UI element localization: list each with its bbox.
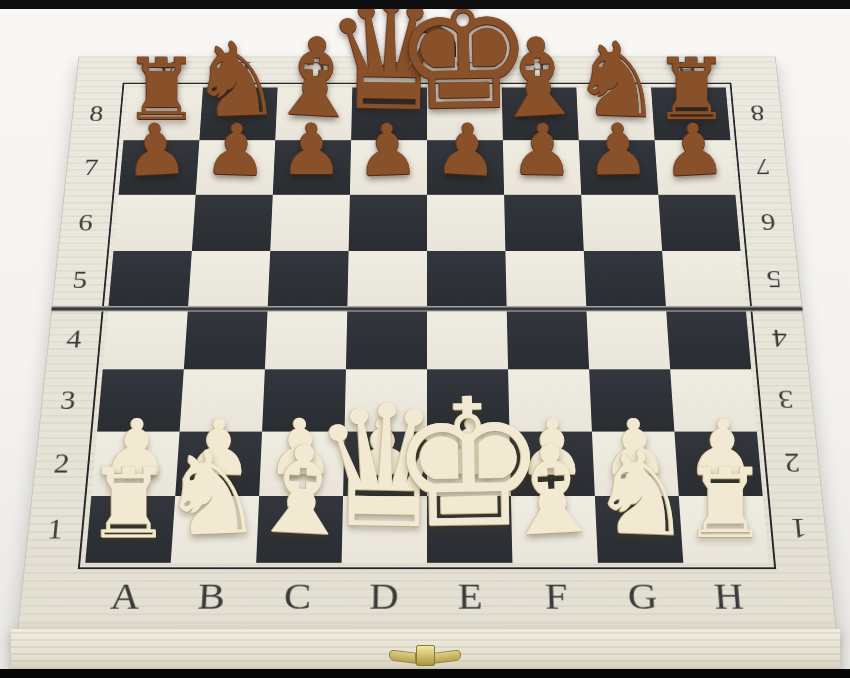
rank-label-right-1: 1 bbox=[774, 511, 824, 547]
piece-black-pawn-f7[interactable]: ♟ bbox=[511, 115, 576, 187]
rank-label-left-6: 6 bbox=[63, 207, 109, 237]
rank-label-right-8: 8 bbox=[735, 99, 779, 127]
file-label-bottom-f: F bbox=[513, 575, 601, 617]
file-label-bottom-c: C bbox=[254, 575, 342, 617]
square-f6[interactable] bbox=[504, 195, 584, 251]
file-label-bottom-b: B bbox=[167, 575, 256, 617]
letterbox-top bbox=[0, 0, 850, 9]
square-d6[interactable] bbox=[349, 195, 427, 251]
square-g5[interactable] bbox=[584, 251, 666, 309]
clasp-wing-left bbox=[389, 649, 416, 663]
square-g6[interactable] bbox=[581, 195, 662, 251]
rank-label-right-4: 4 bbox=[756, 323, 804, 355]
file-label-bottom-g: G bbox=[598, 575, 687, 617]
square-d4[interactable] bbox=[346, 309, 427, 369]
square-c6[interactable] bbox=[270, 195, 350, 251]
rank-label-right-6: 6 bbox=[745, 207, 791, 237]
square-d5[interactable] bbox=[347, 251, 427, 309]
square-f5[interactable] bbox=[505, 251, 586, 309]
rank-label-left-8: 8 bbox=[74, 99, 118, 127]
square-a5[interactable] bbox=[108, 251, 192, 309]
file-label-bottom-a: A bbox=[80, 575, 170, 617]
square-a4[interactable] bbox=[103, 309, 188, 369]
square-c5[interactable] bbox=[268, 251, 349, 309]
rank-label-right-5: 5 bbox=[751, 264, 798, 295]
square-a6[interactable] bbox=[113, 195, 195, 251]
clasp-latch bbox=[416, 645, 435, 666]
piece-black-pawn-h7[interactable]: ♟ bbox=[661, 114, 728, 188]
file-label-bottom-h: H bbox=[684, 575, 774, 617]
file-label-bottom-e: E bbox=[427, 575, 514, 617]
square-e5[interactable] bbox=[427, 251, 507, 309]
square-h6[interactable] bbox=[658, 195, 740, 251]
piece-white-rook-h1[interactable]: ♜ bbox=[682, 456, 768, 552]
rank-label-left-7: 7 bbox=[69, 152, 114, 181]
square-g4[interactable] bbox=[586, 309, 670, 369]
square-b6[interactable] bbox=[192, 195, 273, 251]
photo-stage: 8877665544332211AABBCCDDEEFFGGHH ♜♞♝♛♚♝♞… bbox=[0, 0, 850, 678]
square-b5[interactable] bbox=[188, 251, 270, 309]
brass-clasp bbox=[388, 642, 462, 668]
square-h5[interactable] bbox=[662, 251, 746, 309]
square-e6[interactable] bbox=[427, 195, 505, 251]
clasp-wing-right bbox=[434, 649, 461, 663]
square-h4[interactable] bbox=[666, 309, 751, 369]
piece-black-pawn-g7[interactable]: ♟ bbox=[586, 115, 651, 187]
piece-black-pawn-d7[interactable]: ♟ bbox=[354, 114, 420, 187]
square-b4[interactable] bbox=[184, 309, 268, 369]
rank-label-right-2: 2 bbox=[768, 446, 817, 480]
piece-black-pawn-e7[interactable]: ♟ bbox=[434, 114, 501, 188]
rank-label-left-2: 2 bbox=[37, 446, 86, 480]
rank-label-left-1: 1 bbox=[30, 511, 80, 547]
rank-label-right-7: 7 bbox=[740, 152, 785, 181]
piece-white-knight-g1[interactable]: ♞ bbox=[588, 435, 696, 554]
file-label-bottom-d: D bbox=[340, 575, 427, 617]
rank-label-left-5: 5 bbox=[57, 264, 104, 295]
square-c4[interactable] bbox=[265, 309, 347, 369]
piece-black-pawn-b7[interactable]: ♟ bbox=[203, 114, 269, 187]
rank-label-left-3: 3 bbox=[44, 383, 92, 416]
letterbox-bottom bbox=[0, 669, 850, 678]
rank-label-left-4: 4 bbox=[50, 323, 98, 355]
rank-label-right-3: 3 bbox=[762, 383, 810, 416]
piece-black-pawn-a7[interactable]: ♟ bbox=[122, 114, 189, 188]
piece-black-pawn-c7[interactable]: ♟ bbox=[280, 116, 343, 187]
fold-seam bbox=[51, 306, 803, 312]
